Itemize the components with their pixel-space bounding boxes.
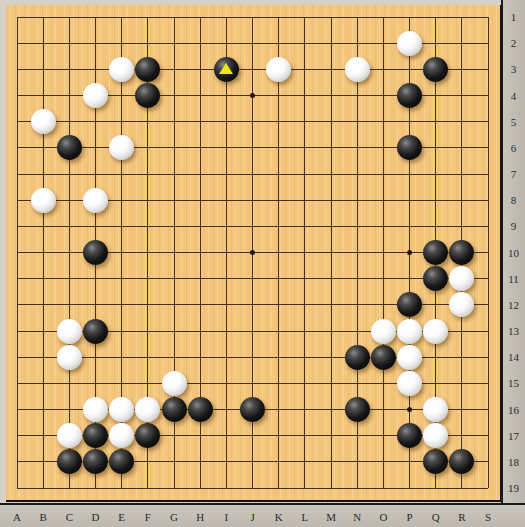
column-label-Q: Q (423, 510, 449, 524)
row-label-7: 7 (503, 167, 524, 181)
row-label-10: 10 (503, 246, 524, 260)
column-label-K: K (266, 510, 292, 524)
column-label-C: C (56, 510, 82, 524)
row-label-4: 4 (503, 89, 524, 103)
go-board-screen: 12345678910111213141516171819ABCDEFGHIJK… (0, 0, 525, 527)
row-label-5: 5 (503, 115, 524, 129)
row-label-8: 8 (503, 193, 524, 207)
row-label-17: 17 (503, 429, 524, 443)
row-label-9: 9 (503, 219, 524, 233)
column-label-H: H (187, 510, 213, 524)
column-label-N: N (344, 510, 370, 524)
column-label-R: R (449, 510, 475, 524)
column-label-O: O (370, 510, 396, 524)
row-label-14: 14 (503, 350, 524, 364)
row-label-16: 16 (503, 403, 524, 417)
column-label-D: D (83, 510, 109, 524)
column-label-B: B (30, 510, 56, 524)
row-label-2: 2 (503, 36, 524, 50)
goban[interactable] (6, 5, 502, 502)
row-label-13: 13 (503, 324, 524, 338)
column-label-G: G (161, 510, 187, 524)
row-label-15: 15 (503, 376, 524, 390)
column-label-J: J (240, 510, 266, 524)
column-label-P: P (397, 510, 423, 524)
column-label-I: I (213, 510, 239, 524)
column-label-E: E (109, 510, 135, 524)
row-label-11: 11 (503, 272, 524, 286)
row-coordinate-strip (501, 0, 525, 527)
row-label-3: 3 (503, 62, 524, 76)
row-label-6: 6 (503, 141, 524, 155)
row-label-18: 18 (503, 455, 524, 469)
row-label-12: 12 (503, 298, 524, 312)
row-label-19: 19 (503, 481, 524, 495)
column-label-L: L (292, 510, 318, 524)
column-label-F: F (135, 510, 161, 524)
column-label-M: M (318, 510, 344, 524)
column-label-S: S (475, 510, 501, 524)
column-label-A: A (4, 510, 30, 524)
row-label-1: 1 (503, 10, 524, 24)
